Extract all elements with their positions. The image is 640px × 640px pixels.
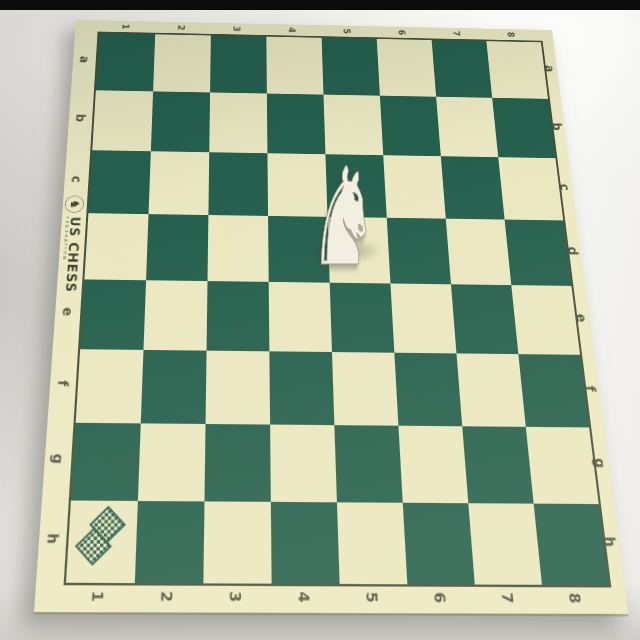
square-c1[interactable] (88, 150, 150, 214)
square-g5[interactable] (334, 425, 402, 503)
square-g6[interactable] (398, 426, 468, 503)
photo-scene: 1234567812345678abcefghabcdefgh ♞ US CHE… (0, 0, 640, 640)
file-label-left-g: g (49, 454, 66, 464)
square-d2[interactable] (146, 214, 208, 281)
knight-in-gear-icon: ♞ (65, 195, 85, 213)
square-h7[interactable] (468, 503, 542, 585)
square-g1[interactable] (71, 423, 141, 501)
file-label-right-g: g (591, 458, 608, 468)
file-label-right-e: e (573, 314, 589, 323)
rank-label-bottom-1: 1 (89, 591, 107, 602)
square-a7[interactable] (432, 40, 493, 98)
rank-label-top-8: 8 (506, 32, 517, 38)
file-label-left-h: h (44, 533, 62, 544)
file-label-right-f: f (582, 386, 598, 392)
checkered-diamond-emblem (71, 503, 128, 569)
square-h5[interactable] (337, 502, 407, 584)
rank-label-top-2: 2 (176, 25, 186, 31)
square-a3[interactable] (210, 35, 267, 93)
white-knight-glyph: ♞ (311, 150, 378, 285)
square-h3[interactable] (203, 501, 271, 583)
square-f6[interactable] (394, 353, 462, 427)
square-f8[interactable] (518, 354, 589, 427)
rank-label-bottom-5: 5 (363, 592, 380, 603)
file-label-right-c: c (557, 184, 572, 191)
square-e2[interactable] (143, 280, 207, 350)
rank-label-bottom-3: 3 (227, 591, 244, 602)
square-g2[interactable] (138, 423, 206, 501)
file-label-left-c: c (69, 176, 84, 183)
square-c2[interactable] (149, 151, 210, 215)
white-knight-piece[interactable]: ♞ (287, 150, 403, 290)
square-a5[interactable] (322, 38, 380, 96)
file-label-right-a: a (542, 65, 557, 72)
square-h4[interactable] (271, 502, 340, 584)
rank-label-top-6: 6 (397, 29, 407, 35)
square-d3[interactable] (207, 215, 268, 282)
square-f5[interactable] (332, 352, 398, 426)
rank-label-top-1: 1 (121, 24, 131, 30)
square-f2[interactable] (141, 350, 207, 424)
square-d8[interactable] (505, 220, 572, 286)
top-black-bar (0, 0, 640, 10)
square-f1[interactable] (76, 349, 144, 423)
rank-label-top-7: 7 (451, 31, 461, 37)
square-e8[interactable] (511, 285, 580, 355)
rank-label-top-5: 5 (342, 28, 352, 34)
file-label-right-b: b (550, 123, 565, 131)
square-h6[interactable] (403, 503, 475, 585)
square-b8[interactable] (492, 98, 555, 158)
square-g7[interactable] (462, 426, 533, 503)
square-a4[interactable] (266, 37, 323, 95)
square-a1[interactable] (96, 33, 155, 91)
file-label-left-b: b (73, 114, 88, 122)
square-b2[interactable] (151, 91, 210, 152)
square-h8[interactable] (534, 504, 609, 585)
rank-label-bottom-6: 6 (431, 592, 449, 603)
file-label-left-a: a (77, 56, 92, 63)
square-e3[interactable] (207, 281, 270, 351)
file-label-right-d: d (565, 247, 581, 256)
square-e7[interactable] (451, 284, 518, 354)
square-a2[interactable] (153, 34, 211, 92)
rank-label-top-4: 4 (287, 27, 297, 33)
chess-board: 1234567812345678abcefghabcdefgh ♞ US CHE… (34, 20, 628, 614)
rank-label-top-3: 3 (232, 26, 242, 32)
square-f3[interactable] (206, 351, 271, 425)
square-e6[interactable] (390, 284, 456, 354)
square-e1[interactable] (80, 279, 146, 349)
coordinate-labels: 1234567812345678abcefghabcdefgh (76, 20, 552, 30)
square-c8[interactable] (498, 157, 563, 220)
square-d1[interactable] (84, 213, 148, 280)
square-g4[interactable] (270, 425, 337, 503)
square-d7[interactable] (446, 219, 512, 285)
square-b3[interactable] (209, 92, 267, 153)
rank-label-bottom-8: 8 (566, 593, 584, 604)
rank-label-bottom-4: 4 (295, 592, 312, 603)
square-c3[interactable] (208, 152, 268, 216)
square-g8[interactable] (526, 427, 599, 504)
square-f4[interactable] (269, 351, 334, 425)
square-c7[interactable] (441, 156, 505, 219)
board-grid (64, 32, 612, 588)
square-f7[interactable] (456, 353, 525, 426)
rank-label-bottom-2: 2 (158, 591, 176, 602)
square-h2[interactable] (135, 501, 205, 583)
file-label-right-h: h (601, 536, 619, 547)
file-label-left-f: f (55, 380, 71, 386)
square-a6[interactable] (377, 39, 436, 97)
square-b7[interactable] (436, 97, 498, 157)
square-a8[interactable] (486, 41, 548, 99)
square-b6[interactable] (380, 96, 441, 157)
rank-label-bottom-7: 7 (498, 592, 516, 603)
square-b1[interactable] (92, 90, 153, 151)
square-g3[interactable] (204, 424, 270, 502)
